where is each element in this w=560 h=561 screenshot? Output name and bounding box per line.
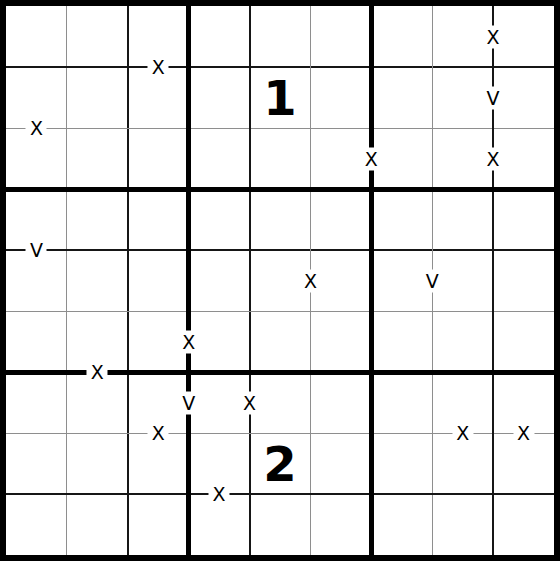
grid-line-v4 <box>249 6 251 555</box>
cell-r5c3[interactable] <box>128 250 189 311</box>
cell-r9c3[interactable] <box>128 494 189 555</box>
cell-r1c7[interactable] <box>371 6 432 67</box>
box-line-v6 <box>369 6 374 555</box>
cell-r5c2[interactable] <box>67 250 128 311</box>
marker-x-r8c4-r9c4: X <box>209 483 230 506</box>
grid-line-h1 <box>6 66 554 68</box>
marker-x-r7c4-r7c5: X <box>239 391 260 414</box>
grid-line-v2 <box>127 6 129 555</box>
marker-v-r7c3-r7c4: V <box>178 391 199 414</box>
cell-r1c6[interactable] <box>310 6 371 67</box>
grid-line-h2 <box>6 128 554 129</box>
marker-x-r5c5-r5c6: X <box>300 269 321 292</box>
cell-r8c1[interactable] <box>6 433 67 494</box>
marker-v-r4c1-r5c1: V <box>26 239 47 262</box>
cell-r4c6[interactable] <box>310 189 371 250</box>
cell-r6c8[interactable] <box>432 311 493 372</box>
cell-r5c4[interactable] <box>189 250 250 311</box>
cell-r9c9[interactable] <box>493 494 554 555</box>
cell-r8c6[interactable] <box>310 433 371 494</box>
cell-r4c7[interactable] <box>371 189 432 250</box>
cell-r7c6[interactable] <box>310 372 371 433</box>
cell-r4c8[interactable] <box>432 189 493 250</box>
grid-line-v1 <box>66 6 67 555</box>
marker-x-r2c1-r3c1: X <box>26 117 47 140</box>
cell-r1c5[interactable] <box>250 6 311 67</box>
cell-r3c4[interactable] <box>189 128 250 189</box>
cell-r6c1[interactable] <box>6 311 67 372</box>
cell-r4c4[interactable] <box>189 189 250 250</box>
grid-line-h8 <box>6 493 554 495</box>
marker-x-r3c8-r3c9: X <box>483 147 504 170</box>
grid-line-h4 <box>6 249 554 251</box>
cell-r9c7[interactable] <box>371 494 432 555</box>
cell-r7c7[interactable] <box>371 372 432 433</box>
cell-r5c9[interactable] <box>493 250 554 311</box>
cell-r1c4[interactable] <box>189 6 250 67</box>
cell-r3c3[interactable] <box>128 128 189 189</box>
cell-r3c5[interactable] <box>250 128 311 189</box>
cell-r9c5[interactable] <box>250 494 311 555</box>
cell-r4c9[interactable] <box>493 189 554 250</box>
cell-r4c3[interactable] <box>128 189 189 250</box>
cell-r4c5[interactable] <box>250 189 311 250</box>
cell-r2c4[interactable] <box>189 67 250 128</box>
cell-r6c9[interactable] <box>493 311 554 372</box>
box-line-h3 <box>6 187 554 192</box>
cell-r9c1[interactable] <box>6 494 67 555</box>
cell-r8c7[interactable] <box>371 433 432 494</box>
marker-x-r3c6-r3c7: X <box>361 147 382 170</box>
marker-x-r6c3-r6c4: X <box>178 330 199 353</box>
cell-r2c6[interactable] <box>310 67 371 128</box>
given-digit-r2c5: 1 <box>263 74 296 122</box>
xv-sudoku-board: 12 XXVXXXVXVXXVXXXXX <box>0 0 560 561</box>
cell-r8c5[interactable]: 2 <box>250 433 311 494</box>
cell-grid: 12 <box>6 6 554 555</box>
marker-x-r7c3-r8c3: X <box>148 422 169 445</box>
cell-r2c2[interactable] <box>67 67 128 128</box>
cell-r2c5[interactable]: 1 <box>250 67 311 128</box>
cell-r9c8[interactable] <box>432 494 493 555</box>
cell-r6c6[interactable] <box>310 311 371 372</box>
marker-x-r6c2-r7c2: X <box>87 361 108 384</box>
cell-r2c7[interactable] <box>371 67 432 128</box>
marker-x-r1c8-r1c9: X <box>483 25 504 48</box>
cell-r6c5[interactable] <box>250 311 311 372</box>
grid-line-h5 <box>6 311 554 312</box>
cell-r6c7[interactable] <box>371 311 432 372</box>
cell-r7c1[interactable] <box>6 372 67 433</box>
cell-r3c2[interactable] <box>67 128 128 189</box>
marker-x-r1c3-r2c3: X <box>148 56 169 79</box>
marker-x-r7c8-r8c8: X <box>452 422 473 445</box>
given-digit-r8c5: 2 <box>263 440 296 488</box>
cell-r1c2[interactable] <box>67 6 128 67</box>
marker-x-r7c9-r8c9: X <box>513 422 534 445</box>
box-line-v3 <box>186 6 191 555</box>
cell-r4c2[interactable] <box>67 189 128 250</box>
cell-r9c6[interactable] <box>310 494 371 555</box>
cell-r1c1[interactable] <box>6 6 67 67</box>
cell-r9c2[interactable] <box>67 494 128 555</box>
marker-v-r2c8-r2c9: V <box>483 86 504 109</box>
cell-r8c2[interactable] <box>67 433 128 494</box>
marker-v-r5c7-r5c8: V <box>422 269 443 292</box>
